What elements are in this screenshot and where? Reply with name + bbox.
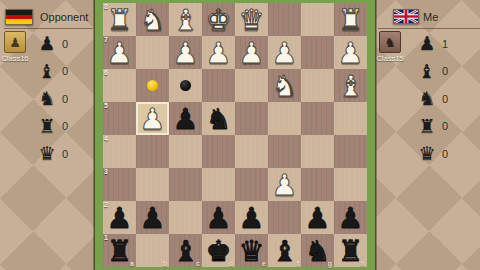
square-c3[interactable]: [169, 168, 202, 201]
bishop-icon: ♝: [37, 62, 57, 81]
piece-black-bishop[interactable]: ♝: [169, 234, 202, 267]
move-dot-yellow[interactable]: [147, 80, 158, 91]
square-a7[interactable]: 7♟: [103, 36, 136, 69]
germany-flag-icon: [5, 9, 33, 25]
queen-icon: ♛: [37, 144, 57, 163]
uk-flag-icon: [393, 9, 419, 24]
opponent-captured-tray: ♟0♝0♞0♜0♛0: [37, 30, 68, 168]
square-c6[interactable]: [169, 69, 202, 102]
opponent-captured-knight-count: 0: [62, 93, 68, 105]
chess-board: 8♜♞♝♚♛♜7♟♟♟♟♟♟6♞♝5♟♟♞43♟2♟♟♟♟♟♟1a♜bc♝d♚e…: [95, 0, 375, 270]
me-captured-knight-count: 0: [442, 93, 448, 105]
piece-white-pawn[interactable]: ♟: [268, 36, 301, 69]
me-captured-tray: ♟1♝0♞0♜0♛0: [417, 30, 448, 168]
rank-label-6: 6: [104, 69, 108, 76]
square-e4[interactable]: [235, 135, 268, 168]
square-b2[interactable]: ♟: [136, 201, 169, 234]
me-name: Me: [423, 11, 438, 23]
me-class-label: Class15: [375, 54, 405, 63]
piece-black-pawn[interactable]: ♟: [136, 201, 169, 234]
square-b3[interactable]: [136, 168, 169, 201]
square-h8[interactable]: ♜: [334, 3, 367, 36]
square-f7[interactable]: ♟: [268, 36, 301, 69]
piece-white-pawn[interactable]: ♟: [235, 36, 268, 69]
knight-icon: ♞: [417, 89, 437, 108]
square-a1[interactable]: 1a♜: [103, 234, 136, 267]
piece-white-pawn[interactable]: ♟: [268, 168, 301, 201]
square-d5[interactable]: ♞: [202, 102, 235, 135]
square-c8[interactable]: ♝: [169, 3, 202, 36]
piece-white-rook[interactable]: ♜: [103, 3, 136, 36]
piece-white-bishop[interactable]: ♝: [169, 3, 202, 36]
piece-black-queen[interactable]: ♛: [235, 234, 268, 267]
opponent-captured-bishop-count: 0: [62, 65, 68, 77]
piece-white-knight[interactable]: ♞: [268, 69, 301, 102]
square-d2[interactable]: ♟: [202, 201, 235, 234]
square-e5[interactable]: [235, 102, 268, 135]
square-g2[interactable]: ♟: [301, 201, 334, 234]
square-b6[interactable]: [136, 69, 169, 102]
pawn-icon: ♟: [37, 34, 57, 53]
square-e6[interactable]: [235, 69, 268, 102]
piece-black-knight[interactable]: ♞: [301, 234, 334, 267]
square-c2[interactable]: [169, 201, 202, 234]
me-captured-pawn-row: ♟1: [417, 30, 448, 58]
opponent-divider: [4, 28, 93, 29]
me-divider: [378, 28, 480, 29]
square-e8[interactable]: ♛: [235, 3, 268, 36]
square-e3[interactable]: [235, 168, 268, 201]
piece-white-pawn[interactable]: ♟: [136, 102, 169, 135]
square-f5[interactable]: [268, 102, 301, 135]
me-captured-queen-count: 0: [442, 148, 448, 160]
me-class-badge-icon: ♞: [379, 31, 401, 53]
square-f6[interactable]: ♞: [268, 69, 301, 102]
knight-icon: ♞: [37, 89, 57, 108]
piece-black-pawn[interactable]: ♟: [103, 201, 136, 234]
square-h6[interactable]: ♝: [334, 69, 367, 102]
piece-black-pawn[interactable]: ♟: [334, 201, 367, 234]
piece-white-queen[interactable]: ♛: [235, 3, 268, 36]
square-e1[interactable]: e♛: [235, 234, 268, 267]
piece-white-rook[interactable]: ♜: [334, 3, 367, 36]
rank-label-5: 5: [104, 102, 108, 109]
square-g3[interactable]: [301, 168, 334, 201]
square-f4[interactable]: [268, 135, 301, 168]
pawn-icon: ♟: [417, 34, 437, 53]
opponent-captured-rook-count: 0: [62, 120, 68, 132]
square-a3[interactable]: 3: [103, 168, 136, 201]
file-label-b: b: [163, 260, 167, 267]
piece-white-knight[interactable]: ♞: [136, 3, 169, 36]
square-g7[interactable]: [301, 36, 334, 69]
square-g1[interactable]: g♞: [301, 234, 334, 267]
square-f1[interactable]: f♝: [268, 234, 301, 267]
square-c4[interactable]: [169, 135, 202, 168]
opponent-captured-knight-row: ♞0: [37, 85, 68, 113]
queen-icon: ♛: [417, 144, 437, 163]
square-b8[interactable]: ♞: [136, 3, 169, 36]
me-captured-rook-row: ♜0: [417, 113, 448, 141]
square-e7[interactable]: ♟: [235, 36, 268, 69]
opponent-captured-bishop-row: ♝0: [37, 58, 68, 86]
piece-black-king[interactable]: ♚: [202, 234, 235, 267]
square-d8[interactable]: ♚: [202, 3, 235, 36]
square-d1[interactable]: d♚: [202, 234, 235, 267]
me-captured-knight-row: ♞0: [417, 85, 448, 113]
piece-black-pawn[interactable]: ♟: [235, 201, 268, 234]
opponent-captured-pawn-count: 0: [62, 38, 68, 50]
square-d3[interactable]: [202, 168, 235, 201]
square-b7[interactable]: [136, 36, 169, 69]
opponent-panel: Opponent ♟ Class16 ♟0♝0♞0♜0♛0: [0, 0, 94, 270]
square-d6[interactable]: [202, 69, 235, 102]
me-captured-bishop-row: ♝0: [417, 58, 448, 86]
opponent-captured-rook-row: ♜0: [37, 113, 68, 141]
square-h3[interactable]: [334, 168, 367, 201]
square-g8[interactable]: [301, 3, 334, 36]
square-g4[interactable]: [301, 135, 334, 168]
square-b1[interactable]: b: [136, 234, 169, 267]
square-f8[interactable]: [268, 3, 301, 36]
square-f2[interactable]: [268, 201, 301, 234]
me-captured-pawn-count: 1: [442, 38, 448, 50]
square-a5[interactable]: 5: [103, 102, 136, 135]
bishop-icon: ♝: [417, 62, 437, 81]
square-h5[interactable]: [334, 102, 367, 135]
piece-black-rook[interactable]: ♜: [334, 234, 367, 267]
square-a8[interactable]: 8♜: [103, 3, 136, 36]
square-e2[interactable]: ♟: [235, 201, 268, 234]
square-c1[interactable]: c♝: [169, 234, 202, 267]
opponent-captured-pawn-row: ♟0: [37, 30, 68, 58]
opponent-class-badge-icon: ♟: [4, 31, 26, 53]
square-h2[interactable]: ♟: [334, 201, 367, 234]
piece-white-king[interactable]: ♚: [202, 3, 235, 36]
piece-black-pawn[interactable]: ♟: [202, 201, 235, 234]
piece-black-rook[interactable]: ♜: [103, 234, 136, 267]
rook-icon: ♜: [417, 117, 437, 136]
piece-white-bishop[interactable]: ♝: [334, 69, 367, 102]
rank-label-4: 4: [104, 135, 108, 142]
square-f3[interactable]: ♟: [268, 168, 301, 201]
square-h4[interactable]: [334, 135, 367, 168]
piece-white-pawn[interactable]: ♟: [169, 36, 202, 69]
piece-white-pawn[interactable]: ♟: [334, 36, 367, 69]
opponent-class-label: Class16: [0, 54, 30, 63]
board-grid: 8♜♞♝♚♛♜7♟♟♟♟♟♟6♞♝5♟♟♞43♟2♟♟♟♟♟♟1a♜bc♝d♚e…: [103, 3, 367, 267]
square-b5[interactable]: ♟: [136, 102, 169, 135]
me-panel: Me ♞ Class15 ♟1♝0♞0♜0♛0: [376, 0, 480, 270]
square-b4[interactable]: [136, 135, 169, 168]
square-h1[interactable]: h♜: [334, 234, 367, 267]
piece-black-bishop[interactable]: ♝: [268, 234, 301, 267]
me-captured-bishop-count: 0: [442, 65, 448, 77]
opponent-captured-queen-count: 0: [62, 148, 68, 160]
square-h7[interactable]: ♟: [334, 36, 367, 69]
opponent-captured-queen-row: ♛0: [37, 140, 68, 168]
rank-label-3: 3: [104, 168, 108, 175]
square-g6[interactable]: [301, 69, 334, 102]
square-a2[interactable]: 2♟: [103, 201, 136, 234]
square-c5[interactable]: ♟: [169, 102, 202, 135]
piece-black-pawn[interactable]: ♟: [169, 102, 202, 135]
square-c7[interactable]: ♟: [169, 36, 202, 69]
rook-icon: ♜: [37, 117, 57, 136]
piece-black-pawn[interactable]: ♟: [301, 201, 334, 234]
square-a6[interactable]: 6: [103, 69, 136, 102]
me-captured-rook-count: 0: [442, 120, 448, 132]
piece-white-pawn[interactable]: ♟: [103, 36, 136, 69]
square-g5[interactable]: [301, 102, 334, 135]
me-captured-queen-row: ♛0: [417, 140, 448, 168]
opponent-name: Opponent: [40, 11, 88, 23]
piece-black-knight[interactable]: ♞: [202, 102, 235, 135]
square-a4[interactable]: 4: [103, 135, 136, 168]
move-dot-black[interactable]: [180, 80, 191, 91]
square-d4[interactable]: [202, 135, 235, 168]
piece-white-pawn[interactable]: ♟: [202, 36, 235, 69]
square-d7[interactable]: ♟: [202, 36, 235, 69]
